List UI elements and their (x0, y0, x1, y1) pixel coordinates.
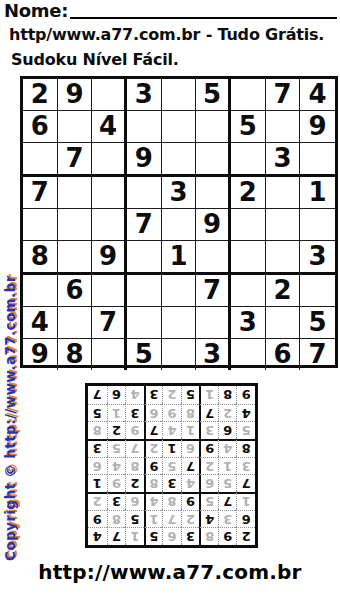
cell-r7c9: 8 (88, 421, 107, 439)
cell-r8c1: 4 (23, 307, 58, 339)
cell-r1c9: 4 (88, 527, 107, 545)
cell-r1c7 (231, 79, 266, 111)
cell-r1c9: 4 (300, 79, 335, 111)
cell-r5c7: 8 (125, 457, 144, 475)
difficulty-title: Sudoku Nível Fácil. (11, 50, 179, 69)
cell-r1c2: 9 (58, 79, 93, 111)
cell-r7c5: 4 (162, 421, 181, 439)
cell-r1c5 (162, 79, 197, 111)
cell-r2c6 (196, 111, 231, 143)
cell-r5c5 (162, 209, 197, 241)
cell-r8c9: 5 (300, 307, 335, 339)
cell-r2c1: 6 (236, 510, 255, 528)
cell-r9c3 (92, 339, 127, 370)
cell-r9c2: 8 (218, 386, 237, 404)
cell-r6c8: 5 (107, 439, 126, 457)
cell-r3c7: 6 (125, 492, 144, 510)
name-fill-line (70, 17, 337, 19)
cell-r6c5: 1 (162, 241, 197, 275)
cell-r7c4 (127, 275, 162, 307)
cell-r9c7: 4 (125, 386, 144, 404)
cell-r4c1: 7 (23, 177, 58, 209)
cell-r3c2: 7 (218, 492, 237, 510)
cell-r6c9: 3 (300, 241, 335, 275)
cell-r4c9: 1 (300, 177, 335, 209)
cell-r5c1: 3 (236, 457, 255, 475)
cell-r6c7: 7 (125, 439, 144, 457)
cell-r9c9: 7 (300, 339, 335, 370)
cell-r2c6: 1 (144, 510, 163, 528)
cell-r6c4: 6 (181, 439, 200, 457)
cell-r7c4: 1 (181, 421, 200, 439)
sudoku-puzzle-board: 293574645979373217989136724735985367 (20, 76, 338, 368)
cell-r4c2: 5 (218, 474, 237, 492)
cell-r8c7: 3 (125, 404, 144, 422)
cell-r8c1: 4 (236, 404, 255, 422)
cell-r9c8: 6 (266, 339, 301, 370)
cell-r4c1: 7 (236, 474, 255, 492)
cell-r6c7 (231, 241, 266, 275)
cell-r1c7: 1 (125, 527, 144, 545)
cell-r8c2 (58, 307, 93, 339)
cell-r6c2 (58, 241, 93, 275)
cell-r1c4: 3 (181, 527, 200, 545)
cell-r7c1: 5 (236, 421, 255, 439)
cell-r1c6: 5 (144, 527, 163, 545)
cell-r8c6: 6 (144, 404, 163, 422)
name-row: Nome: (4, 1, 337, 21)
cell-r4c4: 4 (181, 474, 200, 492)
cell-r8c5 (162, 307, 197, 339)
cell-r3c5 (162, 143, 197, 177)
cell-r2c4: 2 (181, 510, 200, 528)
cell-r5c2: 1 (218, 457, 237, 475)
cell-r3c6: 4 (144, 492, 163, 510)
cell-r1c5: 6 (162, 527, 181, 545)
cell-r9c2: 8 (58, 339, 93, 370)
cell-r6c8 (266, 241, 301, 275)
cell-r2c1: 6 (23, 111, 58, 143)
cell-r5c8: 4 (107, 457, 126, 475)
cell-r7c5 (162, 275, 197, 307)
cell-r9c6: 3 (144, 386, 163, 404)
cell-r9c9: 7 (88, 386, 107, 404)
cell-r3c5: 8 (162, 492, 181, 510)
cell-r2c4 (127, 111, 162, 143)
cell-r8c4 (127, 307, 162, 339)
cell-r1c6: 5 (196, 79, 231, 111)
cell-r6c3: 9 (92, 241, 127, 275)
cell-r7c6: 7 (144, 421, 163, 439)
cell-r9c1: 9 (236, 386, 255, 404)
cell-r1c1: 2 (23, 79, 58, 111)
cell-r6c6: 2 (144, 439, 163, 457)
cell-r1c4: 3 (127, 79, 162, 111)
copyright-vertical-text: Copyright © http://www.a77.com.br (2, 275, 18, 561)
cell-r8c2: 2 (218, 404, 237, 422)
cell-r7c2: 6 (218, 421, 237, 439)
cell-r4c9: 1 (88, 474, 107, 492)
cell-r2c2 (58, 111, 93, 143)
cell-r5c3: 2 (199, 457, 218, 475)
cell-r3c7 (231, 143, 266, 177)
cell-r5c1 (23, 209, 58, 241)
cell-r8c6 (196, 307, 231, 339)
cell-r4c5: 3 (162, 177, 197, 209)
cell-r5c8 (266, 209, 301, 241)
cell-r5c9 (300, 209, 335, 241)
cell-r6c2: 4 (218, 439, 237, 457)
cell-r6c1: 8 (236, 439, 255, 457)
cell-r4c8 (266, 177, 301, 209)
footer-url: http://www.a77.com.br (0, 560, 340, 584)
cell-r3c2: 7 (58, 143, 93, 177)
cell-r8c8 (266, 307, 301, 339)
cell-r7c9 (300, 275, 335, 307)
cell-r4c6 (196, 177, 231, 209)
cell-r3c9: 2 (88, 492, 107, 510)
cell-r7c8: 2 (107, 421, 126, 439)
cell-r3c1: 1 (236, 492, 255, 510)
cell-r9c3: 1 (199, 386, 218, 404)
cell-r2c8: 8 (107, 510, 126, 528)
cell-r9c8: 6 (107, 386, 126, 404)
cell-r8c3: 7 (199, 404, 218, 422)
cell-r3c3 (92, 143, 127, 177)
cell-r3c1 (23, 143, 58, 177)
cell-r5c3 (92, 209, 127, 241)
cell-r6c4 (127, 241, 162, 275)
cell-r3c8: 3 (266, 143, 301, 177)
cell-r5c7 (231, 209, 266, 241)
sudoku-solution-board-rotated: 2983651746342715891759846327564382913127… (85, 383, 258, 548)
cell-r7c3: 3 (199, 421, 218, 439)
cell-r6c1: 8 (23, 241, 58, 275)
site-tagline: http/www.a77.com.br - Tudo Grátis. (9, 25, 324, 44)
cell-r8c8: 1 (107, 404, 126, 422)
cell-r9c6: 3 (196, 339, 231, 370)
cell-r7c3 (92, 275, 127, 307)
cell-r7c2: 6 (58, 275, 93, 307)
cell-r9c4: 5 (127, 339, 162, 370)
cell-r4c4 (127, 177, 162, 209)
cell-r3c9 (300, 143, 335, 177)
cell-r5c6: 9 (196, 209, 231, 241)
cell-r2c8 (266, 111, 301, 143)
cell-r8c3: 7 (92, 307, 127, 339)
cell-r4c3 (92, 177, 127, 209)
cell-r2c9: 9 (88, 510, 107, 528)
cell-r2c3: 4 (199, 510, 218, 528)
cell-r2c3: 4 (92, 111, 127, 143)
cell-r3c4: 9 (181, 492, 200, 510)
cell-r8c5: 9 (162, 404, 181, 422)
cell-r9c1: 9 (23, 339, 58, 370)
cell-r3c8: 3 (107, 492, 126, 510)
cell-r4c5: 3 (162, 474, 181, 492)
cell-r7c7: 9 (125, 421, 144, 439)
cell-r9c5 (162, 339, 197, 370)
cell-r4c3: 6 (199, 474, 218, 492)
cell-r1c8: 7 (107, 527, 126, 545)
cell-r9c7 (231, 339, 266, 370)
cell-r6c5: 1 (162, 439, 181, 457)
cell-r2c9: 9 (300, 111, 335, 143)
cell-r7c1 (23, 275, 58, 307)
cell-r5c6: 9 (144, 457, 163, 475)
cell-r6c6 (196, 241, 231, 275)
cell-r5c4: 7 (127, 209, 162, 241)
cell-r2c2: 3 (218, 510, 237, 528)
cell-r4c8: 9 (107, 474, 126, 492)
cell-r7c7 (231, 275, 266, 307)
cell-r2c5 (162, 111, 197, 143)
cell-r9c5: 2 (162, 386, 181, 404)
cell-r8c7: 3 (231, 307, 266, 339)
cell-r6c3: 9 (199, 439, 218, 457)
cell-r5c9: 6 (88, 457, 107, 475)
cell-r6c9: 3 (88, 439, 107, 457)
cell-r2c7: 5 (125, 510, 144, 528)
cell-r4c7: 2 (125, 474, 144, 492)
cell-r7c6: 7 (196, 275, 231, 307)
cell-r4c2 (58, 177, 93, 209)
cell-r2c5: 7 (162, 510, 181, 528)
cell-r1c3 (92, 79, 127, 111)
cell-r4c6: 8 (144, 474, 163, 492)
cell-r7c8: 2 (266, 275, 301, 307)
cell-r8c9: 5 (88, 404, 107, 422)
cell-r5c2 (58, 209, 93, 241)
cell-r9c4: 5 (181, 386, 200, 404)
cell-r3c3: 5 (199, 492, 218, 510)
cell-r3c6 (196, 143, 231, 177)
cell-r4c7: 2 (231, 177, 266, 209)
cell-r1c3: 8 (199, 527, 218, 545)
cell-r5c5: 5 (162, 457, 181, 475)
cell-r1c2: 9 (218, 527, 237, 545)
cell-r1c1: 2 (236, 527, 255, 545)
cell-r3c4: 9 (127, 143, 162, 177)
cell-r5c4: 7 (181, 457, 200, 475)
cell-r8c4: 8 (181, 404, 200, 422)
sudoku-printable-page: Nome: http/www.a77.com.br - Tudo Grátis.… (0, 0, 340, 596)
cell-r2c7: 5 (231, 111, 266, 143)
name-label: Nome: (4, 1, 68, 21)
cell-r1c8: 7 (266, 79, 301, 111)
